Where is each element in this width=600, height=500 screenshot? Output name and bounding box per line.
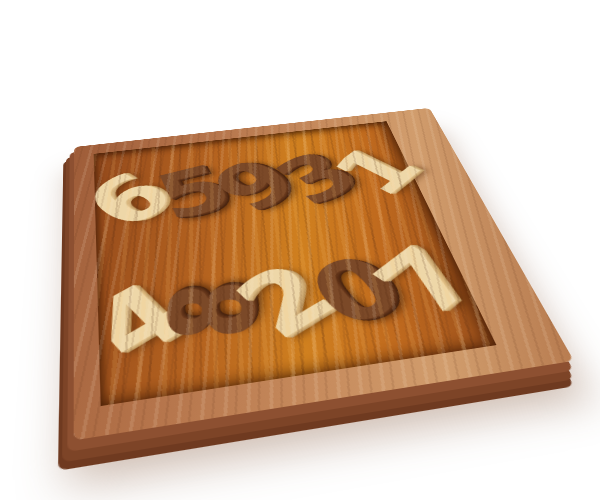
pieces-grid: 6593148207 bbox=[95, 122, 493, 403]
tray-floor: 6593148207 bbox=[94, 121, 497, 406]
puzzle-tray: 6593148207 bbox=[74, 108, 574, 441]
photo-scene: 6593148207 bbox=[0, 0, 600, 500]
